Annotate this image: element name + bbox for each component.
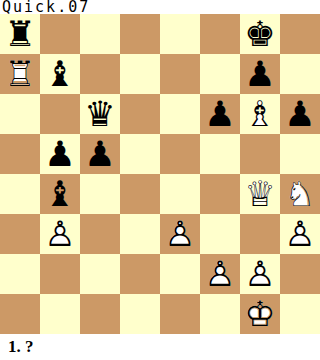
- white-king-icon-outline: ♔: [240, 294, 280, 334]
- square-h2[interactable]: [280, 254, 320, 294]
- black-pawn-icon: ♟: [280, 94, 320, 134]
- white-knight-icon: ♞: [280, 174, 320, 214]
- square-h5[interactable]: [280, 134, 320, 174]
- square-g3[interactable]: [240, 214, 280, 254]
- square-a4[interactable]: [0, 174, 40, 214]
- square-d6[interactable]: [120, 94, 160, 134]
- square-c1[interactable]: [80, 294, 120, 334]
- square-g2[interactable]: ♟♙: [240, 254, 280, 294]
- square-f8[interactable]: [200, 14, 240, 54]
- square-b6[interactable]: [40, 94, 80, 134]
- square-e2[interactable]: [160, 254, 200, 294]
- black-king-icon: ♚: [240, 14, 280, 54]
- square-h6[interactable]: ♟: [280, 94, 320, 134]
- white-queen-icon-outline: ♕: [240, 174, 280, 214]
- square-f3[interactable]: [200, 214, 240, 254]
- square-c7[interactable]: [80, 54, 120, 94]
- white-pawn-icon: ♟: [40, 214, 80, 254]
- square-g1[interactable]: ♚♔: [240, 294, 280, 334]
- square-b3[interactable]: ♟♙: [40, 214, 80, 254]
- white-queen-icon: ♛: [240, 174, 280, 214]
- square-d3[interactable]: [120, 214, 160, 254]
- chess-puzzle-app: Quick.07 ♜♚♜♖♝♟♛♟♝♗♟♟♟♝♛♕♞♘♟♙♟♙♟♙♟♙♟♙♚♔ …: [0, 0, 320, 360]
- white-pawn-icon: ♟: [200, 254, 240, 294]
- square-c6[interactable]: ♛: [80, 94, 120, 134]
- square-b7[interactable]: ♝: [40, 54, 80, 94]
- square-c5[interactable]: ♟: [80, 134, 120, 174]
- square-c2[interactable]: [80, 254, 120, 294]
- white-knight-icon-outline: ♘: [280, 174, 320, 214]
- square-h7[interactable]: [280, 54, 320, 94]
- square-g5[interactable]: [240, 134, 280, 174]
- square-a6[interactable]: [0, 94, 40, 134]
- square-b4[interactable]: ♝: [40, 174, 80, 214]
- black-pawn-icon: ♟: [80, 134, 120, 174]
- square-e6[interactable]: [160, 94, 200, 134]
- square-c3[interactable]: [80, 214, 120, 254]
- black-pawn-icon: ♟: [200, 94, 240, 134]
- square-b8[interactable]: [40, 14, 80, 54]
- move-prompt: 1. ?: [0, 334, 320, 360]
- white-rook-icon: ♜: [0, 54, 40, 94]
- square-e7[interactable]: [160, 54, 200, 94]
- square-f1[interactable]: [200, 294, 240, 334]
- white-pawn-icon-outline: ♙: [280, 214, 320, 254]
- white-pawn-icon-outline: ♙: [160, 214, 200, 254]
- white-bishop-icon-outline: ♗: [240, 94, 280, 134]
- square-g7[interactable]: ♟: [240, 54, 280, 94]
- white-pawn-icon-outline: ♙: [40, 214, 80, 254]
- square-d8[interactable]: [120, 14, 160, 54]
- square-f7[interactable]: [200, 54, 240, 94]
- black-bishop-icon: ♝: [40, 174, 80, 214]
- black-queen-icon: ♛: [80, 94, 120, 134]
- chess-board: ♜♚♜♖♝♟♛♟♝♗♟♟♟♝♛♕♞♘♟♙♟♙♟♙♟♙♟♙♚♔: [0, 14, 320, 334]
- square-e8[interactable]: [160, 14, 200, 54]
- square-g4[interactable]: ♛♕: [240, 174, 280, 214]
- square-h4[interactable]: ♞♘: [280, 174, 320, 214]
- square-f6[interactable]: ♟: [200, 94, 240, 134]
- square-d1[interactable]: [120, 294, 160, 334]
- black-pawn-icon: ♟: [40, 134, 80, 174]
- square-d2[interactable]: [120, 254, 160, 294]
- square-a3[interactable]: [0, 214, 40, 254]
- square-e1[interactable]: [160, 294, 200, 334]
- square-d5[interactable]: [120, 134, 160, 174]
- white-pawn-icon-outline: ♙: [200, 254, 240, 294]
- black-bishop-icon: ♝: [40, 54, 80, 94]
- square-d7[interactable]: [120, 54, 160, 94]
- square-g8[interactable]: ♚: [240, 14, 280, 54]
- square-b5[interactable]: ♟: [40, 134, 80, 174]
- black-rook-icon: ♜: [0, 14, 40, 54]
- square-g6[interactable]: ♝♗: [240, 94, 280, 134]
- square-h3[interactable]: ♟♙: [280, 214, 320, 254]
- white-pawn-icon: ♟: [280, 214, 320, 254]
- square-c8[interactable]: [80, 14, 120, 54]
- white-king-icon: ♚: [240, 294, 280, 334]
- square-a8[interactable]: ♜: [0, 14, 40, 54]
- square-a2[interactable]: [0, 254, 40, 294]
- square-b2[interactable]: [40, 254, 80, 294]
- square-a1[interactable]: [0, 294, 40, 334]
- square-a5[interactable]: [0, 134, 40, 174]
- white-pawn-icon-outline: ♙: [240, 254, 280, 294]
- square-a7[interactable]: ♜♖: [0, 54, 40, 94]
- white-bishop-icon: ♝: [240, 94, 280, 134]
- white-pawn-icon: ♟: [160, 214, 200, 254]
- white-pawn-icon: ♟: [240, 254, 280, 294]
- square-c4[interactable]: [80, 174, 120, 214]
- square-e5[interactable]: [160, 134, 200, 174]
- square-f2[interactable]: ♟♙: [200, 254, 240, 294]
- puzzle-title: Quick.07: [0, 0, 320, 14]
- white-rook-icon-outline: ♖: [0, 54, 40, 94]
- square-b1[interactable]: [40, 294, 80, 334]
- square-f5[interactable]: [200, 134, 240, 174]
- black-pawn-icon: ♟: [240, 54, 280, 94]
- square-e4[interactable]: [160, 174, 200, 214]
- square-h1[interactable]: [280, 294, 320, 334]
- square-d4[interactable]: [120, 174, 160, 214]
- square-e3[interactable]: ♟♙: [160, 214, 200, 254]
- square-h8[interactable]: [280, 14, 320, 54]
- square-f4[interactable]: [200, 174, 240, 214]
